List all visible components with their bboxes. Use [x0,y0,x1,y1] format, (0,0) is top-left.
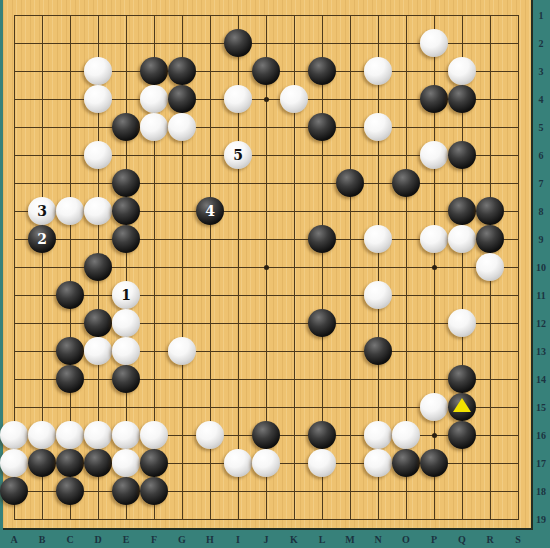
row-label: 17 [536,458,546,469]
black-stone [448,365,476,393]
black-stone [308,113,336,141]
row-label: 10 [536,262,546,273]
column-label: P [431,534,437,545]
row-label: 15 [536,402,546,413]
row-label: 9 [539,234,544,245]
row-label: 6 [539,150,544,161]
grid-line-horizontal [14,519,519,520]
white-stone [140,421,168,449]
black-stone [112,477,140,505]
black-stone [364,337,392,365]
black-stone [448,85,476,113]
black-stone [476,225,504,253]
move-number-label: 4 [205,204,215,218]
black-stone [84,309,112,337]
black-stone [112,197,140,225]
grid-line-vertical [350,15,351,520]
black-stone [448,197,476,225]
white-stone [0,449,28,477]
column-label: Q [458,534,466,545]
go-game-screen: 53421ABCDEFGHIJKLMNOPQRS1234567891011121… [0,0,550,548]
white-stone: 3 [28,197,56,225]
column-label: L [319,534,326,545]
row-label: 14 [536,374,546,385]
column-label: E [123,534,130,545]
white-stone [168,113,196,141]
black-stone [84,253,112,281]
grid-line-horizontal [14,491,519,492]
grid-line-horizontal [14,379,519,380]
black-stone [112,365,140,393]
row-label: 3 [539,66,544,77]
black-stone [168,57,196,85]
white-stone [112,337,140,365]
column-label: F [151,534,157,545]
white-stone [224,85,252,113]
black-stone [252,57,280,85]
column-label: J [264,534,269,545]
column-label: R [486,534,493,545]
black-stone [140,449,168,477]
row-label: 7 [539,178,544,189]
triangle-marker-icon [453,398,471,412]
black-stone [392,169,420,197]
move-number-label: 3 [37,204,47,218]
white-stone [308,449,336,477]
white-stone [84,57,112,85]
white-stone [252,449,280,477]
column-label: S [515,534,521,545]
white-stone [224,449,252,477]
white-stone [112,309,140,337]
black-stone [112,225,140,253]
column-label: H [206,534,214,545]
white-stone [448,225,476,253]
white-stone [280,85,308,113]
white-stone [476,253,504,281]
black-stone [84,449,112,477]
row-label: 4 [539,94,544,105]
column-label: C [66,534,73,545]
move-number-label: 2 [37,232,47,246]
white-stone [112,449,140,477]
white-stone [140,113,168,141]
black-stone [392,449,420,477]
white-stone [364,113,392,141]
row-label: 5 [539,122,544,133]
white-stone: 5 [224,141,252,169]
black-stone [224,29,252,57]
column-label: G [178,534,186,545]
column-label: A [10,534,17,545]
white-stone [392,421,420,449]
black-stone [420,85,448,113]
column-label: O [402,534,410,545]
row-label: 8 [539,206,544,217]
column-label: M [345,534,354,545]
black-stone [476,197,504,225]
white-stone [420,141,448,169]
move-number-label: 1 [121,288,131,302]
column-label: B [39,534,46,545]
black-stone [112,113,140,141]
black-stone [112,169,140,197]
black-stone [56,365,84,393]
black-stone [56,477,84,505]
white-stone [420,393,448,421]
white-stone [0,421,28,449]
black-stone [308,421,336,449]
column-label: D [94,534,101,545]
white-stone [448,57,476,85]
row-label: 1 [539,10,544,21]
row-label: 18 [536,486,546,497]
white-stone [364,449,392,477]
move-number-label: 5 [233,148,243,162]
black-stone [420,449,448,477]
column-label: K [290,534,298,545]
black-stone [56,281,84,309]
black-stone [336,169,364,197]
row-label: 19 [536,514,546,525]
black-stone [56,449,84,477]
white-stone [364,57,392,85]
black-stone [308,309,336,337]
black-stone [140,477,168,505]
white-stone [56,421,84,449]
grid-line-vertical [518,15,519,520]
white-stone [84,85,112,113]
black-stone [308,225,336,253]
board-overlay: 53421ABCDEFGHIJKLMNOPQRS1234567891011121… [0,0,550,548]
white-stone: 1 [112,281,140,309]
white-stone [420,29,448,57]
white-stone [364,421,392,449]
black-stone [28,449,56,477]
star-point [432,433,437,438]
white-stone [84,421,112,449]
row-label: 12 [536,318,546,329]
white-stone [84,337,112,365]
black-stone [140,57,168,85]
black-stone: 2 [28,225,56,253]
white-stone [56,197,84,225]
black-stone [252,421,280,449]
row-label: 13 [536,346,546,357]
white-stone [168,337,196,365]
row-label: 11 [536,290,545,301]
black-stone [0,477,28,505]
black-stone [56,337,84,365]
star-point [432,265,437,270]
white-stone [112,421,140,449]
black-stone: 4 [196,197,224,225]
white-stone [420,225,448,253]
star-point [264,97,269,102]
black-stone [448,421,476,449]
black-stone [448,393,476,421]
black-stone [308,57,336,85]
row-label: 16 [536,430,546,441]
black-stone [168,85,196,113]
column-label: N [374,534,381,545]
grid-line-horizontal [14,295,519,296]
white-stone [364,225,392,253]
white-stone [364,281,392,309]
star-point [264,265,269,270]
row-label: 2 [539,38,544,49]
white-stone [84,197,112,225]
column-label: I [236,534,240,545]
black-stone [448,141,476,169]
white-stone [84,141,112,169]
white-stone [196,421,224,449]
white-stone [28,421,56,449]
white-stone [448,309,476,337]
white-stone [140,85,168,113]
